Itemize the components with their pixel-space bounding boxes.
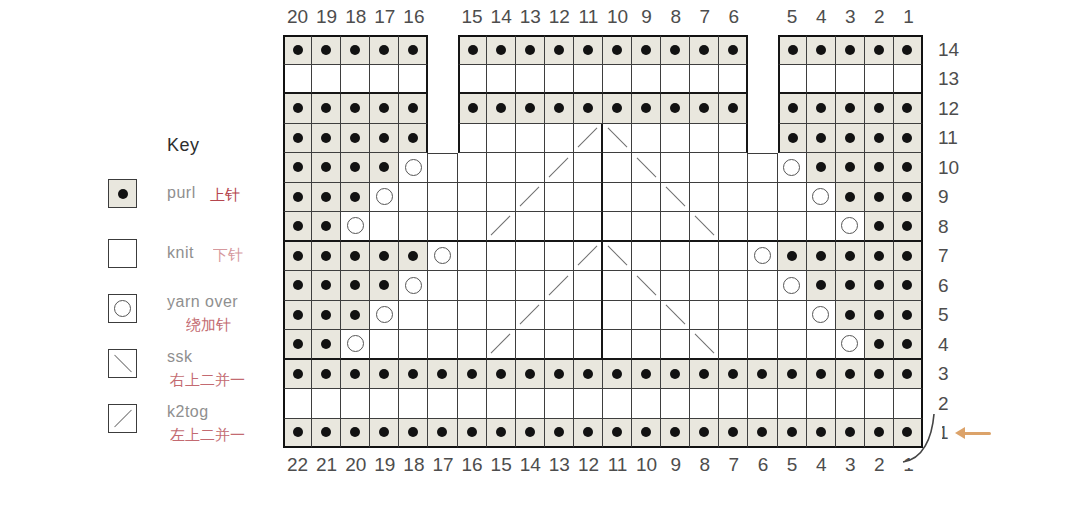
arrow-tail <box>962 432 991 436</box>
purl-dot-icon <box>525 427 535 437</box>
cell-row13-st20 <box>341 65 370 95</box>
cell-row4-st5 <box>778 330 807 360</box>
purl-dot-icon <box>350 280 360 290</box>
top-label-1: 1 <box>894 4 923 30</box>
yarn-over-icon <box>405 159 422 176</box>
cell-row10-st8 <box>690 153 719 183</box>
cell-row12-st19 <box>370 94 399 124</box>
purl-dot-icon <box>583 427 593 437</box>
cell-row1-st12 <box>574 419 603 449</box>
bottom-label-4: 4 <box>807 452 836 478</box>
purl-dot-icon <box>293 339 303 349</box>
cell-row1-st13 <box>545 419 574 449</box>
purl-dot-icon <box>408 45 418 55</box>
purl-dot-icon <box>699 103 709 113</box>
cell-row2-st16 <box>458 389 487 419</box>
top-label-17: 17 <box>370 4 399 30</box>
cell-row12-st18 <box>399 94 428 124</box>
purl-dot-icon <box>379 369 389 379</box>
cell-row12-st12 <box>574 94 603 124</box>
cell-row6-st6 <box>748 271 777 301</box>
row-label-13: 13 <box>923 65 967 95</box>
purl-dot-icon <box>641 369 651 379</box>
cell-row3-st5 <box>778 360 807 390</box>
cell-row4-st1 <box>894 330 923 360</box>
cell-row1-st10 <box>632 419 661 449</box>
purl-dot-icon <box>874 280 884 290</box>
top-label-14: 14 <box>487 4 516 30</box>
no-stitch-gap <box>428 94 457 124</box>
row-label-12: 12 <box>923 94 967 124</box>
cell-row5-st6 <box>748 301 777 331</box>
top-label-19: 19 <box>312 4 341 30</box>
cell-row3-st11 <box>603 360 632 390</box>
cell-row5-st22 <box>283 301 312 331</box>
purl-dot-icon <box>350 427 360 437</box>
purl-dot-icon <box>554 427 564 437</box>
purl-dot-icon <box>874 427 884 437</box>
purl-dot-icon <box>845 310 855 320</box>
cell-row4-st17 <box>428 330 457 360</box>
top-label-gap <box>748 4 777 30</box>
purl-dot-icon <box>612 427 622 437</box>
purl-dot-icon <box>525 369 535 379</box>
cell-row13-st2 <box>865 65 894 95</box>
k2tog-slash-icon <box>520 305 540 325</box>
cell-row4-st6 <box>748 330 777 360</box>
cell-row13-st8 <box>690 65 719 95</box>
cell-row13-st18 <box>399 65 428 95</box>
top-label-9: 9 <box>632 4 661 30</box>
cell-row14-st12 <box>574 35 603 65</box>
bottom-label-19: 19 <box>370 452 399 478</box>
knitting-chart-page: Key purl上针knit下针yarn over绕加针ssk右上二并一k2to… <box>0 0 1080 507</box>
bottom-label-15: 15 <box>487 452 516 478</box>
cell-row9-st8 <box>690 183 719 213</box>
cell-row8-st18 <box>399 212 428 242</box>
no-stitch-gap <box>428 35 457 65</box>
cell-row7-st19 <box>370 242 399 272</box>
purl-dot-icon <box>816 369 826 379</box>
purl-dot-icon <box>728 103 738 113</box>
purl-dot-icon <box>525 103 535 113</box>
yarn-over-icon <box>841 217 858 234</box>
cell-row5-st9 <box>661 301 690 331</box>
purl-dot-icon <box>874 192 884 202</box>
purl-dot-icon <box>321 133 331 143</box>
cell-row14-st3 <box>836 35 865 65</box>
purl-dot-icon <box>408 369 418 379</box>
purl-dot-icon <box>874 103 884 113</box>
cell-row8-st5 <box>778 212 807 242</box>
cell-row4-st10 <box>632 330 661 360</box>
cell-row2-st22 <box>283 389 312 419</box>
k2tog-slash-icon <box>114 410 132 428</box>
bottom-stitch-numbers: 22212019181716151413121110987654321 <box>283 452 923 478</box>
cell-row13-st4 <box>807 65 836 95</box>
purl-dot-icon <box>496 103 506 113</box>
cell-row12-st16 <box>458 94 487 124</box>
bottom-label-9: 9 <box>661 452 690 478</box>
purl-dot-icon <box>350 45 360 55</box>
bottom-label-5: 5 <box>778 452 807 478</box>
cell-row12-st20 <box>341 94 370 124</box>
cell-row10-st16 <box>458 153 487 183</box>
cell-row10-st14 <box>516 153 545 183</box>
cell-row9-st13 <box>545 183 574 213</box>
top-label-16: 16 <box>399 4 428 30</box>
cell-row7-st15 <box>487 242 516 272</box>
cell-row6-st18 <box>399 271 428 301</box>
row-label-10: 10 <box>923 153 967 183</box>
purl-dot-icon <box>437 427 447 437</box>
ssk-slash-icon <box>694 334 714 354</box>
cell-row8-st1 <box>894 212 923 242</box>
purl-dot-icon <box>321 103 331 113</box>
purl-dot-icon <box>874 251 884 261</box>
cell-row6-st13 <box>545 271 574 301</box>
purl-dot-icon <box>293 251 303 261</box>
cell-row10-st3 <box>836 153 865 183</box>
cell-row8-st13 <box>545 212 574 242</box>
purl-dot-icon <box>845 162 855 172</box>
cell-row13-st14 <box>516 65 545 95</box>
cell-row11-st12 <box>574 124 603 154</box>
purl-dot-icon <box>321 192 331 202</box>
cell-row8-st19 <box>370 212 399 242</box>
purl-dot-icon <box>845 192 855 202</box>
cell-row5-st16 <box>458 301 487 331</box>
key-label-zh: 右上二并一 <box>170 371 245 390</box>
purl-dot-icon <box>816 103 826 113</box>
cell-row3-st9 <box>661 360 690 390</box>
top-label-10: 10 <box>603 4 632 30</box>
cell-row8-st11 <box>603 212 632 242</box>
cell-row12-st13 <box>545 94 574 124</box>
purl-dot-icon <box>902 45 912 55</box>
purl-dot-icon <box>379 103 389 113</box>
cell-row12-st7 <box>719 94 748 124</box>
cell-row11-st5 <box>778 124 807 154</box>
cell-row11-st10 <box>632 124 661 154</box>
purl-dot-icon <box>554 45 564 55</box>
cell-row4-st7 <box>719 330 748 360</box>
cell-row1-st7 <box>719 419 748 449</box>
cell-row3-st15 <box>487 360 516 390</box>
cell-row9-st21 <box>312 183 341 213</box>
cell-row1-st22 <box>283 419 312 449</box>
purl-dot-icon <box>670 369 680 379</box>
purl-dot-icon <box>293 369 303 379</box>
bottom-label-20: 20 <box>341 452 370 478</box>
purl-dot-icon <box>118 189 128 199</box>
cell-row5-st21 <box>312 301 341 331</box>
cell-row2-st21 <box>312 389 341 419</box>
purl-dot-icon <box>583 369 593 379</box>
cell-row1-st14 <box>516 419 545 449</box>
cell-row1-st19 <box>370 419 399 449</box>
purl-dot-icon <box>321 339 331 349</box>
purl-dot-icon <box>874 310 884 320</box>
cell-row11-st19 <box>370 124 399 154</box>
cell-row14-st2 <box>865 35 894 65</box>
purl-dot-icon <box>845 251 855 261</box>
cell-row1-st18 <box>399 419 428 449</box>
purl-dot-icon <box>321 369 331 379</box>
cell-row13-st13 <box>545 65 574 95</box>
top-label-13: 13 <box>516 4 545 30</box>
cell-row11-st16 <box>458 124 487 154</box>
cell-row5-st15 <box>487 301 516 331</box>
cell-row2-st5 <box>778 389 807 419</box>
cell-row3-st22 <box>283 360 312 390</box>
cell-row5-st8 <box>690 301 719 331</box>
cell-row2-st8 <box>690 389 719 419</box>
cell-row14-st5 <box>778 35 807 65</box>
ssk-slash-icon <box>665 187 685 207</box>
cell-row3-st17 <box>428 360 457 390</box>
cell-row6-st10 <box>632 271 661 301</box>
purl-dot-icon <box>350 369 360 379</box>
purl-dot-icon <box>379 251 389 261</box>
cell-row5-st20 <box>341 301 370 331</box>
cell-row6-st1 <box>894 271 923 301</box>
cell-row9-st18 <box>399 183 428 213</box>
top-label-6: 6 <box>719 4 748 30</box>
cell-row13-st7 <box>719 65 748 95</box>
cell-row7-st11 <box>603 242 632 272</box>
cell-row10-st2 <box>865 153 894 183</box>
no-stitch-gap <box>748 35 777 65</box>
purl-dot-icon <box>293 221 303 231</box>
cell-row4-st2 <box>865 330 894 360</box>
purl-dot-icon <box>874 45 884 55</box>
cell-row3-st14 <box>516 360 545 390</box>
purl-dot-icon <box>902 221 912 231</box>
cell-row10-st1 <box>894 153 923 183</box>
cell-row9-st10 <box>632 183 661 213</box>
cell-row5-st10 <box>632 301 661 331</box>
purl-dot-icon <box>757 369 767 379</box>
cell-row12-st15 <box>487 94 516 124</box>
purl-dot-icon <box>293 103 303 113</box>
cell-row3-st12 <box>574 360 603 390</box>
cell-row1-st15 <box>487 419 516 449</box>
bottom-label-8: 8 <box>690 452 719 478</box>
cell-row3-st21 <box>312 360 341 390</box>
top-label-11: 11 <box>574 4 603 30</box>
cell-row13-st11 <box>603 65 632 95</box>
cell-row2-st2 <box>865 389 894 419</box>
cell-row14-st11 <box>603 35 632 65</box>
purl-dot-icon <box>408 427 418 437</box>
key-label-en: yarn over <box>167 293 238 311</box>
cell-row3-st1 <box>894 360 923 390</box>
purl-dot-icon <box>321 280 331 290</box>
key-label-en: k2tog <box>167 403 209 421</box>
cell-row2-st11 <box>603 389 632 419</box>
cell-row7-st9 <box>661 242 690 272</box>
cell-row11-st18 <box>399 124 428 154</box>
cell-row11-st14 <box>516 124 545 154</box>
key-symbol-box <box>108 239 137 268</box>
top-label-5: 5 <box>778 4 807 30</box>
cell-row5-st19 <box>370 301 399 331</box>
cell-row7-st13 <box>545 242 574 272</box>
purl-dot-icon <box>293 133 303 143</box>
cell-row1-st21 <box>312 419 341 449</box>
cell-row7-st5 <box>778 242 807 272</box>
purl-dot-icon <box>379 45 389 55</box>
cell-row4-st22 <box>283 330 312 360</box>
cell-row14-st8 <box>690 35 719 65</box>
cell-row5-st11 <box>603 301 632 331</box>
cell-row11-st7 <box>719 124 748 154</box>
purl-dot-icon <box>612 45 622 55</box>
cell-row9-st2 <box>865 183 894 213</box>
cell-row5-st3 <box>836 301 865 331</box>
purl-dot-icon <box>641 103 651 113</box>
cell-row12-st11 <box>603 94 632 124</box>
cell-row6-st17 <box>428 271 457 301</box>
yarn-over-icon <box>347 335 364 352</box>
k2tog-slash-icon <box>491 216 511 236</box>
cell-row7-st20 <box>341 242 370 272</box>
purl-dot-icon <box>321 162 331 172</box>
cell-row7-st22 <box>283 242 312 272</box>
cell-row7-st16 <box>458 242 487 272</box>
yarn-over-icon <box>783 159 800 176</box>
cell-row1-st2 <box>865 419 894 449</box>
purl-dot-icon <box>379 280 389 290</box>
purl-dot-icon <box>293 162 303 172</box>
cell-row5-st12 <box>574 301 603 331</box>
no-stitch-gap <box>748 94 777 124</box>
cell-row14-st9 <box>661 35 690 65</box>
top-stitch-numbers: 2019181716151413121110987654321 <box>283 4 923 30</box>
top-label-7: 7 <box>690 4 719 30</box>
ssk-slash-icon <box>607 246 627 266</box>
cell-row3-st4 <box>807 360 836 390</box>
purl-dot-icon <box>816 251 826 261</box>
cell-row1-st4 <box>807 419 836 449</box>
bottom-label-10: 10 <box>632 452 661 478</box>
cell-row6-st11 <box>603 271 632 301</box>
k2tog-slash-icon <box>520 187 540 207</box>
top-label-4: 4 <box>807 4 836 30</box>
cell-row4-st8 <box>690 330 719 360</box>
cell-row12-st14 <box>516 94 545 124</box>
cell-row14-st4 <box>807 35 836 65</box>
cell-row5-st4 <box>807 301 836 331</box>
cell-row3-st2 <box>865 360 894 390</box>
cell-row9-st3 <box>836 183 865 213</box>
cell-row12-st10 <box>632 94 661 124</box>
purl-dot-icon <box>757 427 767 437</box>
purl-dot-icon <box>496 427 506 437</box>
purl-dot-icon <box>787 369 797 379</box>
cell-row11-st1 <box>894 124 923 154</box>
cell-row7-st3 <box>836 242 865 272</box>
cell-row13-st10 <box>632 65 661 95</box>
cell-row8-st14 <box>516 212 545 242</box>
cell-row6-st14 <box>516 271 545 301</box>
top-label-3: 3 <box>836 4 865 30</box>
row-label-7: 7 <box>923 242 967 272</box>
cell-row8-st6 <box>748 212 777 242</box>
yarn-over-icon <box>405 277 422 294</box>
yarn-over-icon <box>114 300 131 317</box>
cell-row11-st20 <box>341 124 370 154</box>
purl-dot-icon <box>496 45 506 55</box>
cell-row10-st5 <box>778 153 807 183</box>
cell-row6-st2 <box>865 271 894 301</box>
page-curl-decoration <box>895 412 945 470</box>
cell-row4-st20 <box>341 330 370 360</box>
k2tog-slash-icon <box>549 157 569 177</box>
cell-row7-st18 <box>399 242 428 272</box>
cell-row8-st12 <box>574 212 603 242</box>
yarn-over-icon <box>812 188 829 205</box>
cell-row3-st16 <box>458 360 487 390</box>
purl-dot-icon <box>670 427 680 437</box>
cell-row5-st17 <box>428 301 457 331</box>
cell-row3-st19 <box>370 360 399 390</box>
cell-row6-st7 <box>719 271 748 301</box>
cell-row10-st10 <box>632 153 661 183</box>
purl-dot-icon <box>670 45 680 55</box>
cell-row10-st6 <box>748 153 777 183</box>
cell-row13-st19 <box>370 65 399 95</box>
cell-row4-st11 <box>603 330 632 360</box>
row-label-8: 8 <box>923 212 967 242</box>
purl-dot-icon <box>845 103 855 113</box>
cell-row7-st6 <box>748 242 777 272</box>
cell-row9-st7 <box>719 183 748 213</box>
top-label-20: 20 <box>283 4 312 30</box>
purl-dot-icon <box>350 192 360 202</box>
cell-row8-st3 <box>836 212 865 242</box>
cell-row8-st22 <box>283 212 312 242</box>
top-label-12: 12 <box>545 4 574 30</box>
cell-row9-st9 <box>661 183 690 213</box>
cell-row8-st17 <box>428 212 457 242</box>
cell-row14-st10 <box>632 35 661 65</box>
cell-row10-st21 <box>312 153 341 183</box>
cell-row8-st9 <box>661 212 690 242</box>
cell-row7-st7 <box>719 242 748 272</box>
cell-row4-st18 <box>399 330 428 360</box>
bottom-label-18: 18 <box>399 452 428 478</box>
cell-row3-st10 <box>632 360 661 390</box>
bottom-label-14: 14 <box>516 452 545 478</box>
purl-dot-icon <box>554 103 564 113</box>
purl-dot-icon <box>788 133 798 143</box>
top-label-2: 2 <box>865 4 894 30</box>
cell-row9-st22 <box>283 183 312 213</box>
purl-dot-icon <box>874 162 884 172</box>
purl-dot-icon <box>350 133 360 143</box>
ssk-slash-icon <box>114 355 132 373</box>
cell-row9-st17 <box>428 183 457 213</box>
purl-dot-icon <box>728 45 738 55</box>
cell-row10-st13 <box>545 153 574 183</box>
bottom-label-12: 12 <box>574 452 603 478</box>
cell-row9-st6 <box>748 183 777 213</box>
cell-row5-st5 <box>778 301 807 331</box>
cell-row11-st15 <box>487 124 516 154</box>
cell-row6-st21 <box>312 271 341 301</box>
